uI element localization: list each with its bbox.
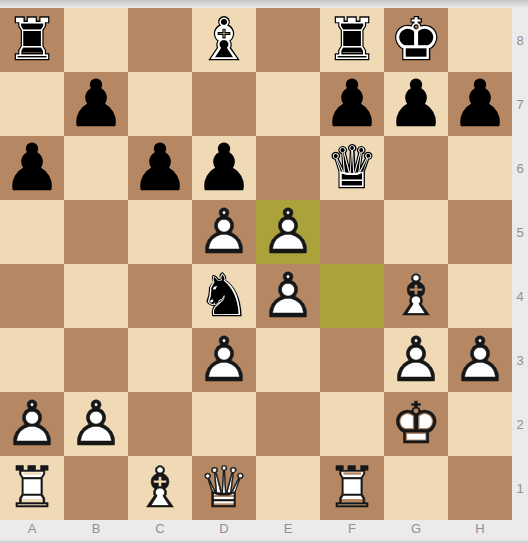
square-d7[interactable] (192, 72, 256, 136)
pawn-glyph-fill: ♟ (128, 136, 192, 200)
square-e4[interactable]: ♟♙ (256, 264, 320, 328)
square-c1[interactable]: ♝♗ (128, 456, 192, 520)
square-f1[interactable]: ♜♖ (320, 456, 384, 520)
piece-black-queen[interactable]: ♛♕ (320, 136, 384, 200)
square-a3[interactable] (0, 328, 64, 392)
square-c4[interactable] (128, 264, 192, 328)
queen-glyph-fill: ♛ (192, 456, 256, 520)
piece-black-pawn[interactable]: ♟♙ (64, 72, 128, 136)
square-a7[interactable] (0, 72, 64, 136)
rank-labels: 8 7 6 5 4 3 2 1 (512, 8, 528, 520)
king-glyph-outline: ♔ (384, 8, 448, 72)
rook-glyph-fill: ♜ (0, 8, 64, 72)
square-b4[interactable] (64, 264, 128, 328)
piece-black-knight[interactable]: ♞♘ (192, 264, 256, 328)
pawn-glyph-outline: ♙ (192, 200, 256, 264)
king-glyph-fill: ♚ (384, 392, 448, 456)
square-d3[interactable]: ♟♙ (192, 328, 256, 392)
pawn-glyph-fill: ♟ (448, 72, 512, 136)
square-d4[interactable]: ♞♘ (192, 264, 256, 328)
rook-glyph-outline: ♖ (0, 8, 64, 72)
pawn-glyph-fill: ♟ (192, 328, 256, 392)
square-b7[interactable]: ♟♙ (64, 72, 128, 136)
square-a2[interactable]: ♟♙ (0, 392, 64, 456)
square-b8[interactable] (64, 8, 128, 72)
file-label-c: C (128, 520, 192, 539)
square-g7[interactable]: ♟♙ (384, 72, 448, 136)
pawn-glyph-outline: ♙ (192, 328, 256, 392)
square-h7[interactable]: ♟♙ (448, 72, 512, 136)
knight-glyph-outline: ♘ (192, 264, 256, 328)
square-h2[interactable] (448, 392, 512, 456)
rook-glyph-fill: ♜ (320, 456, 384, 520)
piece-black-pawn[interactable]: ♟♙ (384, 72, 448, 136)
file-label-h: H (448, 520, 512, 539)
top-window-edge (0, 0, 528, 8)
file-label-b: B (64, 520, 128, 539)
king-glyph-outline: ♔ (384, 392, 448, 456)
pawn-glyph-outline: ♙ (256, 200, 320, 264)
queen-glyph-outline: ♕ (320, 136, 384, 200)
piece-black-king[interactable]: ♚♔ (384, 8, 448, 72)
pawn-glyph-fill: ♟ (192, 136, 256, 200)
square-f3[interactable] (320, 328, 384, 392)
rank-label-2: 2 (512, 392, 528, 456)
square-d5[interactable]: ♟♙ (192, 200, 256, 264)
rank-label-6: 6 (512, 136, 528, 200)
rook-glyph-outline: ♖ (320, 8, 384, 72)
pawn-glyph-fill: ♟ (448, 328, 512, 392)
bishop-glyph-outline: ♗ (128, 456, 192, 520)
file-label-a: A (0, 520, 64, 539)
square-c8[interactable] (128, 8, 192, 72)
piece-black-rook[interactable]: ♜♖ (320, 8, 384, 72)
pawn-glyph-fill: ♟ (0, 392, 64, 456)
square-e6[interactable] (256, 136, 320, 200)
piece-white-bishop[interactable]: ♝♗ (384, 264, 448, 328)
piece-white-pawn[interactable]: ♟♙ (0, 392, 64, 456)
piece-white-pawn[interactable]: ♟♙ (256, 200, 320, 264)
queen-glyph-fill: ♛ (320, 136, 384, 200)
piece-white-pawn[interactable]: ♟♙ (256, 264, 320, 328)
piece-black-pawn[interactable]: ♟♙ (0, 136, 64, 200)
pawn-glyph-fill: ♟ (64, 72, 128, 136)
square-d8[interactable]: ♝♗ (192, 8, 256, 72)
square-a5[interactable] (0, 200, 64, 264)
square-d1[interactable]: ♛♕ (192, 456, 256, 520)
rook-glyph-outline: ♖ (0, 456, 64, 520)
square-g8[interactable]: ♚♔ (384, 8, 448, 72)
pawn-glyph-fill: ♟ (384, 328, 448, 392)
square-g6[interactable] (384, 136, 448, 200)
square-d6[interactable]: ♟♙ (192, 136, 256, 200)
square-g5[interactable] (384, 200, 448, 264)
king-glyph-fill: ♚ (384, 8, 448, 72)
piece-black-pawn[interactable]: ♟♙ (128, 136, 192, 200)
pawn-glyph-fill: ♟ (192, 200, 256, 264)
square-c6[interactable]: ♟♙ (128, 136, 192, 200)
pawn-glyph-outline: ♙ (384, 328, 448, 392)
square-a6[interactable]: ♟♙ (0, 136, 64, 200)
pawn-glyph-fill: ♟ (320, 72, 384, 136)
rook-glyph-fill: ♜ (0, 456, 64, 520)
rank-label-4: 4 (512, 264, 528, 328)
bishop-glyph-outline: ♗ (192, 8, 256, 72)
square-b3[interactable] (64, 328, 128, 392)
rank-label-8: 8 (512, 8, 528, 72)
square-g4[interactable]: ♝♗ (384, 264, 448, 328)
square-e3[interactable] (256, 328, 320, 392)
file-label-g: G (384, 520, 448, 539)
pawn-glyph-outline: ♙ (448, 328, 512, 392)
square-b5[interactable] (64, 200, 128, 264)
pawn-glyph-outline: ♙ (0, 392, 64, 456)
square-b2[interactable]: ♟♙ (64, 392, 128, 456)
square-f7[interactable]: ♟♙ (320, 72, 384, 136)
queen-glyph-outline: ♕ (192, 456, 256, 520)
square-e7[interactable] (256, 72, 320, 136)
piece-white-rook[interactable]: ♜♖ (320, 456, 384, 520)
pawn-glyph-fill: ♟ (256, 200, 320, 264)
square-g3[interactable]: ♟♙ (384, 328, 448, 392)
square-c2[interactable] (128, 392, 192, 456)
square-c5[interactable] (128, 200, 192, 264)
square-h6[interactable] (448, 136, 512, 200)
piece-white-queen[interactable]: ♛♕ (192, 456, 256, 520)
pawn-glyph-outline: ♙ (256, 264, 320, 328)
chess-app-screen: ♜♖♝♗♜♖♚♔♟♙♟♙♟♙♟♙♟♙♟♙♟♙♛♕♟♙♟♙♞♘♟♙♝♗♟♙♟♙♟♙… (0, 0, 528, 543)
piece-white-pawn[interactable]: ♟♙ (448, 328, 512, 392)
square-g1[interactable] (384, 456, 448, 520)
square-c7[interactable] (128, 72, 192, 136)
knight-glyph-fill: ♞ (192, 264, 256, 328)
rank-label-3: 3 (512, 328, 528, 392)
piece-white-pawn[interactable]: ♟♙ (192, 200, 256, 264)
bishop-glyph-fill: ♝ (384, 264, 448, 328)
piece-black-rook[interactable]: ♜♖ (0, 8, 64, 72)
pawn-glyph-fill: ♟ (64, 392, 128, 456)
piece-white-rook[interactable]: ♜♖ (0, 456, 64, 520)
file-label-f: F (320, 520, 384, 539)
bishop-glyph-fill: ♝ (192, 8, 256, 72)
square-c3[interactable] (128, 328, 192, 392)
rank-label-1: 1 (512, 456, 528, 520)
bottom-window-edge (0, 539, 528, 543)
bishop-glyph-outline: ♗ (384, 264, 448, 328)
square-g2[interactable]: ♚♔ (384, 392, 448, 456)
piece-black-pawn[interactable]: ♟♙ (448, 72, 512, 136)
pawn-glyph-fill: ♟ (256, 264, 320, 328)
rank-label-7: 7 (512, 72, 528, 136)
square-e2[interactable] (256, 392, 320, 456)
square-h3[interactable]: ♟♙ (448, 328, 512, 392)
chess-board: ♜♖♝♗♜♖♚♔♟♙♟♙♟♙♟♙♟♙♟♙♟♙♛♕♟♙♟♙♞♘♟♙♝♗♟♙♟♙♟♙… (0, 8, 512, 520)
square-h5[interactable] (448, 200, 512, 264)
square-b1[interactable] (64, 456, 128, 520)
rook-glyph-outline: ♖ (320, 456, 384, 520)
square-e5[interactable]: ♟♙ (256, 200, 320, 264)
square-a4[interactable] (0, 264, 64, 328)
rank-label-5: 5 (512, 200, 528, 264)
square-h4[interactable] (448, 264, 512, 328)
square-f6[interactable]: ♛♕ (320, 136, 384, 200)
piece-black-pawn[interactable]: ♟♙ (192, 136, 256, 200)
piece-black-pawn[interactable]: ♟♙ (320, 72, 384, 136)
square-f2[interactable] (320, 392, 384, 456)
square-a1[interactable]: ♜♖ (0, 456, 64, 520)
pawn-glyph-outline: ♙ (64, 392, 128, 456)
square-a8[interactable]: ♜♖ (0, 8, 64, 72)
piece-white-pawn[interactable]: ♟♙ (64, 392, 128, 456)
rook-glyph-fill: ♜ (320, 8, 384, 72)
file-label-d: D (192, 520, 256, 539)
piece-white-bishop[interactable]: ♝♗ (128, 456, 192, 520)
file-label-e: E (256, 520, 320, 539)
piece-black-bishop[interactable]: ♝♗ (192, 8, 256, 72)
square-f5[interactable] (320, 200, 384, 264)
piece-white-pawn[interactable]: ♟♙ (192, 328, 256, 392)
square-h1[interactable] (448, 456, 512, 520)
pawn-glyph-fill: ♟ (384, 72, 448, 136)
square-f8[interactable]: ♜♖ (320, 8, 384, 72)
square-e8[interactable] (256, 8, 320, 72)
pawn-glyph-fill: ♟ (0, 136, 64, 200)
file-labels: A B C D E F G H (0, 520, 512, 539)
square-b6[interactable] (64, 136, 128, 200)
piece-white-pawn[interactable]: ♟♙ (384, 328, 448, 392)
square-h8[interactable] (448, 8, 512, 72)
piece-white-king[interactable]: ♚♔ (384, 392, 448, 456)
square-f4[interactable] (320, 264, 384, 328)
square-e1[interactable] (256, 456, 320, 520)
square-d2[interactable] (192, 392, 256, 456)
bishop-glyph-fill: ♝ (128, 456, 192, 520)
